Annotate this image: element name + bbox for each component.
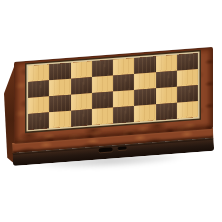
board-square-r1c6	[134, 56, 155, 74]
board-square-r1c1	[28, 64, 49, 82]
latch-slot-icon	[99, 147, 113, 152]
board-square-r2c7	[156, 71, 177, 89]
board-square-r2c8	[177, 69, 198, 87]
board-square-r3c1	[28, 96, 49, 114]
board-square-r1c4	[92, 60, 113, 78]
board-square-r3c3	[71, 93, 92, 111]
board-square-r3c5	[113, 90, 134, 108]
board-square-r3c2	[49, 95, 70, 113]
board-square-r1c7	[156, 55, 177, 73]
board-square-r3c8	[177, 85, 198, 103]
board-square-r2c5	[113, 74, 134, 92]
board-square-r1c5	[113, 58, 134, 76]
board-square-r4c5	[113, 106, 134, 124]
board-square-r1c2	[49, 63, 70, 81]
board-square-r4c6	[134, 104, 155, 122]
board-square-r4c8	[177, 101, 198, 119]
board-square-r3c6	[134, 88, 155, 106]
chessboard-grid	[28, 53, 198, 130]
board-square-r2c3	[71, 77, 92, 95]
board-square-r2c1	[28, 80, 49, 98]
board-square-r2c2	[49, 79, 70, 97]
latch-slot-icon	[118, 146, 127, 150]
board-square-r2c6	[134, 72, 155, 90]
board-square-r4c2	[49, 111, 70, 129]
board-square-r3c4	[92, 92, 113, 110]
board-square-r4c1	[28, 112, 49, 130]
board-square-r1c3	[71, 61, 92, 79]
board-square-r4c3	[71, 109, 92, 127]
board-square-r3c7	[156, 87, 177, 105]
case-lid	[14, 47, 213, 144]
product-photo	[0, 0, 222, 222]
board-square-r4c7	[156, 103, 177, 121]
board-square-r4c4	[92, 108, 113, 126]
board-square-r2c4	[92, 76, 113, 94]
board-square-r1c8	[177, 53, 198, 71]
